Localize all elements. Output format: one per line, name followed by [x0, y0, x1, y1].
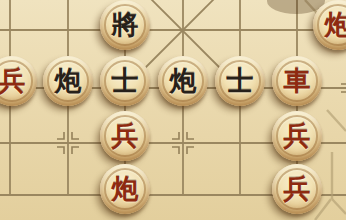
piece-glyph: 士 [215, 56, 265, 106]
piece-glyph: 將 [100, 0, 150, 50]
piece-glyph: 兵 [272, 111, 322, 161]
piece-red-soldier-a[interactable]: 兵 [0, 56, 37, 106]
piece-black-general[interactable]: 將 [100, 0, 150, 50]
piece-glyph: 兵 [272, 164, 322, 214]
piece-glyph: 炮 [43, 56, 93, 106]
piece-black-cannon-left[interactable]: 炮 [43, 56, 93, 106]
piece-black-advisor-right[interactable]: 士 [215, 56, 265, 106]
piece-black-advisor-left[interactable]: 士 [100, 56, 150, 106]
piece-glyph: 車 [272, 56, 322, 106]
pieces-layer: 將炮兵炮士炮士車兵兵炮兵 [0, 0, 346, 220]
piece-red-soldier-b[interactable]: 兵 [100, 111, 150, 161]
piece-glyph: 士 [100, 56, 150, 106]
xiangqi-board: 將炮兵炮士炮士車兵兵炮兵 [0, 0, 346, 220]
piece-glyph: 炮 [100, 164, 150, 214]
piece-red-cannon-bottom[interactable]: 炮 [100, 164, 150, 214]
piece-red-soldier-c[interactable]: 兵 [272, 111, 322, 161]
piece-red-soldier-d[interactable]: 兵 [272, 164, 322, 214]
piece-red-chariot[interactable]: 車 [272, 56, 322, 106]
piece-red-cannon-top[interactable]: 炮 [313, 0, 346, 50]
piece-glyph: 兵 [100, 111, 150, 161]
piece-glyph: 炮 [313, 0, 346, 50]
piece-black-cannon-right[interactable]: 炮 [158, 56, 208, 106]
piece-glyph: 炮 [158, 56, 208, 106]
piece-glyph: 兵 [0, 56, 37, 106]
